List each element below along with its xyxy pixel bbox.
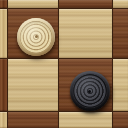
board-square-r3c0-light[interactable] — [0, 112, 7, 128]
black-man-piece[interactable] — [70, 71, 110, 111]
board-square-r1c2-light[interactable] — [59, 9, 112, 58]
checkers-board — [0, 0, 128, 128]
board-square-r2c1-light[interactable] — [8, 59, 58, 111]
board-square-r3c3-dark[interactable] — [113, 112, 128, 128]
board-square-r3c1-dark[interactable] — [8, 112, 58, 128]
board-square-r0c3-light[interactable] — [113, 0, 128, 8]
board-square-r2c0-dark[interactable] — [0, 59, 7, 111]
screenshot-stage — [0, 0, 128, 128]
board-square-r1c3-dark[interactable] — [113, 9, 128, 58]
board-square-r1c0-light[interactable] — [0, 9, 7, 58]
board-square-r0c2-dark[interactable] — [59, 0, 112, 8]
board-square-r0c0-dark[interactable] — [0, 0, 7, 8]
board-square-r2c3-light[interactable] — [113, 59, 128, 111]
black-piece-concentric-rings — [73, 74, 107, 108]
white-piece-concentric-rings — [20, 21, 52, 53]
board-square-r0c1-light[interactable] — [8, 0, 58, 8]
board-square-r3c2-light[interactable] — [59, 112, 112, 128]
white-man-piece[interactable] — [17, 18, 55, 56]
